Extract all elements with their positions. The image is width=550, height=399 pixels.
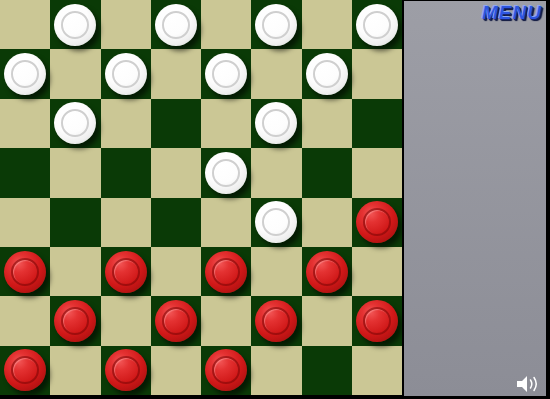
checker-red[interactable] — [205, 349, 247, 391]
board-square[interactable] — [352, 198, 402, 247]
checker-red[interactable] — [105, 349, 147, 391]
board-square[interactable] — [201, 0, 251, 49]
board-square[interactable] — [201, 148, 251, 197]
checker-white[interactable] — [205, 53, 247, 95]
board-square[interactable] — [0, 0, 50, 49]
board-square[interactable] — [50, 247, 100, 296]
board-square[interactable] — [50, 296, 100, 345]
board-square[interactable] — [101, 247, 151, 296]
board-square[interactable] — [0, 247, 50, 296]
board-square[interactable] — [0, 346, 50, 395]
board-square[interactable] — [352, 296, 402, 345]
board-square[interactable] — [50, 99, 100, 148]
board-square[interactable] — [302, 198, 352, 247]
checker-white[interactable] — [306, 53, 348, 95]
board-square[interactable] — [352, 0, 402, 49]
checker-red[interactable] — [356, 300, 398, 342]
board-square[interactable] — [151, 0, 201, 49]
checker-white[interactable] — [54, 4, 96, 46]
checker-red[interactable] — [4, 251, 46, 293]
checker-white[interactable] — [4, 53, 46, 95]
board-square[interactable] — [101, 0, 151, 49]
checker-red[interactable] — [356, 201, 398, 243]
board-square[interactable] — [302, 247, 352, 296]
board-square[interactable] — [251, 49, 301, 98]
checker-white[interactable] — [356, 4, 398, 46]
checker-white[interactable] — [105, 53, 147, 95]
board-square[interactable] — [201, 247, 251, 296]
board-square[interactable] — [201, 296, 251, 345]
checker-red[interactable] — [205, 251, 247, 293]
checker-white[interactable] — [255, 4, 297, 46]
board-square[interactable] — [352, 346, 402, 395]
board-square[interactable] — [0, 296, 50, 345]
checker-red[interactable] — [255, 300, 297, 342]
board-square[interactable] — [151, 247, 201, 296]
board-square[interactable] — [151, 198, 201, 247]
board-square[interactable] — [101, 296, 151, 345]
sidebar-panel: MENU — [404, 1, 546, 396]
checker-red[interactable] — [4, 349, 46, 391]
board-square[interactable] — [151, 296, 201, 345]
board-square[interactable] — [50, 198, 100, 247]
board-square[interactable] — [151, 49, 201, 98]
board-square[interactable] — [101, 148, 151, 197]
board-square[interactable] — [352, 49, 402, 98]
board-square[interactable] — [201, 99, 251, 148]
board-square[interactable] — [352, 148, 402, 197]
board-square[interactable] — [251, 99, 301, 148]
board-square[interactable] — [101, 198, 151, 247]
board-square[interactable] — [302, 346, 352, 395]
board-square[interactable] — [251, 0, 301, 49]
board-square[interactable] — [151, 99, 201, 148]
board-square[interactable] — [101, 346, 151, 395]
board-square[interactable] — [251, 198, 301, 247]
board-square[interactable] — [201, 49, 251, 98]
board-square[interactable] — [50, 49, 100, 98]
checker-white[interactable] — [54, 102, 96, 144]
board-square[interactable] — [251, 148, 301, 197]
board-square[interactable] — [50, 346, 100, 395]
board-square[interactable] — [151, 148, 201, 197]
checker-white[interactable] — [205, 152, 247, 194]
board-square[interactable] — [352, 99, 402, 148]
board-square[interactable] — [0, 148, 50, 197]
checker-white[interactable] — [155, 4, 197, 46]
board-square[interactable] — [0, 99, 50, 148]
board-square[interactable] — [201, 198, 251, 247]
checker-white[interactable] — [255, 102, 297, 144]
board-square[interactable] — [352, 247, 402, 296]
checker-white[interactable] — [255, 201, 297, 243]
board-square[interactable] — [101, 99, 151, 148]
board-square[interactable] — [0, 49, 50, 98]
board-square[interactable] — [0, 198, 50, 247]
board-square[interactable] — [201, 346, 251, 395]
board-square[interactable] — [251, 247, 301, 296]
game-window: MENU — [0, 0, 550, 399]
board-square[interactable] — [50, 148, 100, 197]
checker-red[interactable] — [155, 300, 197, 342]
board-square[interactable] — [151, 346, 201, 395]
board-square[interactable] — [302, 99, 352, 148]
board-square[interactable] — [302, 148, 352, 197]
menu-button[interactable]: MENU — [482, 2, 542, 24]
speaker-icon — [515, 375, 541, 393]
board-square[interactable] — [251, 296, 301, 345]
checker-red[interactable] — [306, 251, 348, 293]
board-square[interactable] — [302, 0, 352, 49]
checker-red[interactable] — [105, 251, 147, 293]
board-square[interactable] — [302, 49, 352, 98]
sound-toggle-button[interactable] — [515, 375, 541, 393]
checker-red[interactable] — [54, 300, 96, 342]
board-square[interactable] — [302, 296, 352, 345]
board-square[interactable] — [50, 0, 100, 49]
board — [0, 0, 402, 395]
board-square[interactable] — [101, 49, 151, 98]
board-square[interactable] — [251, 346, 301, 395]
